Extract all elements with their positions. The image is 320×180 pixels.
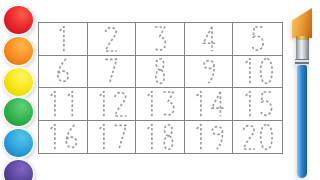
traced-number-10 [240,56,275,86]
trace-cell-6[interactable] [39,56,88,89]
trace-cell-17[interactable] [88,121,137,154]
traced-number-17 [94,122,129,152]
trace-cell-20[interactable] [233,121,282,154]
traced-number-9 [200,56,218,86]
trace-cell-4[interactable] [185,23,234,56]
paint-pot-blue [2,127,35,159]
trace-cell-7[interactable] [88,56,137,89]
traced-number-4 [200,24,218,54]
brush-ferrule [296,40,309,60]
traced-number-1 [54,24,72,54]
traced-number-15 [240,89,275,119]
paint-blob-purple [4,160,33,180]
traced-number-8 [151,56,169,86]
paint-palette [0,0,38,180]
traced-number-5 [249,24,267,54]
paintbrush [289,6,315,176]
trace-cell-18[interactable] [136,121,185,154]
trace-cell-2[interactable] [88,23,137,56]
paint-blob-orange [4,37,33,65]
brush-bristles-icon [292,8,312,38]
trace-cell-13[interactable] [136,88,185,121]
paint-pot-green [2,96,35,128]
traced-number-2 [102,24,120,54]
traced-number-16 [45,122,80,152]
trace-cell-8[interactable] [136,56,185,89]
traced-number-18 [142,122,177,152]
traced-number-13 [142,89,177,119]
paint-pot-yellow [2,66,35,98]
traced-number-6 [54,56,72,86]
trace-cell-19[interactable] [185,121,234,154]
brush-handle [297,65,308,178]
trace-cell-11[interactable] [39,88,88,121]
traced-number-7 [102,56,120,86]
trace-cell-16[interactable] [39,121,88,154]
paint-blob-red [4,6,33,34]
traced-number-20 [240,122,275,152]
trace-cell-5[interactable] [233,23,282,56]
trace-cell-3[interactable] [136,23,185,56]
paint-pot-orange [2,35,35,67]
traced-number-19 [191,122,226,152]
traced-number-14 [191,89,226,119]
trace-cell-14[interactable] [185,88,234,121]
paint-blob-blue [4,129,33,157]
traced-number-3 [151,24,169,54]
tracing-grid [38,22,283,154]
traced-number-12 [94,89,129,119]
worksheet-photo: number-tracing-worksheet-1-20 [0,0,320,180]
trace-cell-1[interactable] [39,23,88,56]
trace-cell-9[interactable] [185,56,234,89]
paint-blob-yellow [4,68,33,96]
paint-pot-red [2,4,35,36]
paint-pot-purple [2,158,35,180]
trace-cell-10[interactable] [233,56,282,89]
trace-cell-15[interactable] [233,88,282,121]
paint-blob-green [4,98,33,126]
trace-cell-12[interactable] [88,88,137,121]
traced-number-11 [45,89,80,119]
